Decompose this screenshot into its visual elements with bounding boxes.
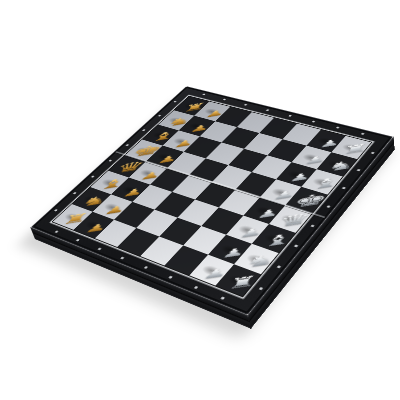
square-b4[interactable] <box>159 218 201 246</box>
frame-screw-dot <box>168 276 173 279</box>
silver-pawn-glyph: ♟ <box>235 203 300 223</box>
frame-screw-dot <box>194 286 199 289</box>
square-a1[interactable]: ♜ <box>215 264 260 296</box>
frame-screw-dot <box>259 287 264 290</box>
scene: ♜♟♟♜♞♟♟♞♝♟♟♝♚♟♟♚♛♟♟♛♝♟♟♝♞♟♟♞♜♟♟♜ <box>0 0 400 400</box>
product-photo: ♜♟♟♜♞♟♟♞♝♟♟♝♚♟♟♚♛♟♟♛♝♟♟♝♞♟♟♞♜♟♟♜ <box>0 0 400 400</box>
frame-screw-dot <box>120 256 124 259</box>
square-d2[interactable]: ♟ <box>243 197 285 224</box>
square-b1[interactable]: ♞ <box>234 244 279 275</box>
frame-screw-dot <box>144 266 149 269</box>
frame-screw-dot <box>223 98 227 100</box>
square-b2[interactable]: ♟ <box>208 235 252 265</box>
frame-screw-dot <box>97 247 101 250</box>
square-b5[interactable] <box>136 210 177 237</box>
square-b3[interactable] <box>183 226 226 255</box>
frame-screw-dot <box>76 239 80 242</box>
frame-screw-dot <box>361 133 365 135</box>
frame-screw-dot <box>158 115 162 117</box>
frame-screw-dot <box>266 109 270 111</box>
square-c5[interactable] <box>155 192 196 218</box>
frame-screw-dot <box>73 192 77 194</box>
frame-screw-dot <box>244 104 248 106</box>
silver-pawn-glyph: ♟ <box>252 185 316 204</box>
square-c1[interactable]: ♝ <box>252 224 296 253</box>
frame-screw-dot <box>54 209 58 212</box>
square-e3[interactable] <box>236 172 277 197</box>
square-c3[interactable] <box>201 207 243 234</box>
frame-screw-dot <box>142 129 146 131</box>
silver-pawn-glyph: ♟ <box>199 242 267 263</box>
frame-screw-dot <box>336 126 340 128</box>
frame-screw-dot <box>357 169 361 172</box>
square-a3[interactable] <box>164 245 208 275</box>
frame-screw-dot <box>220 296 225 299</box>
frame-screw-dot <box>326 205 330 208</box>
square-d3[interactable] <box>219 189 260 215</box>
square-c4[interactable] <box>178 200 219 227</box>
frame-screw-dot <box>312 120 316 122</box>
silver-pawn-glyph: ♟ <box>180 262 249 283</box>
frame-screw-dot <box>108 159 112 161</box>
frame-screw-dot <box>173 101 177 103</box>
frame-screw-dot <box>125 144 129 146</box>
square-f1[interactable]: ♝ <box>301 169 342 194</box>
frame-screw-dot <box>55 230 59 233</box>
square-e1[interactable]: ♚ <box>285 187 327 214</box>
board-frame: ♜♟♟♜♞♟♟♞♝♟♟♝♚♟♟♚♛♟♟♛♝♟♟♝♞♟♟♞♜♟♟♜ <box>31 86 393 315</box>
frame-screw-dot <box>342 187 346 190</box>
square-d1[interactable]: ♛ <box>269 205 312 233</box>
square-e2[interactable]: ♟ <box>260 179 301 205</box>
frame-screw-dot <box>288 115 292 117</box>
frame-screw-dot <box>277 265 282 268</box>
square-a5[interactable] <box>117 228 159 256</box>
frame-screw-dot <box>371 152 375 154</box>
square-c2[interactable]: ♟ <box>226 216 269 244</box>
silver-pawn-glyph: ♟ <box>218 222 284 242</box>
square-a4[interactable] <box>140 237 183 266</box>
square-a2[interactable]: ♟ <box>189 255 234 286</box>
frame-screw-dot <box>294 244 299 247</box>
frame-screw-dot <box>310 224 315 227</box>
frame-screw-dot <box>202 93 206 95</box>
frame-screw-dot <box>91 175 95 177</box>
